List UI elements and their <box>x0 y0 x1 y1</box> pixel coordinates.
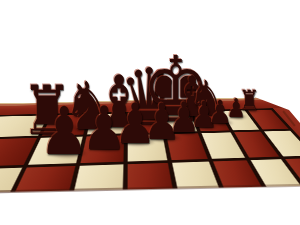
piece-pawn: ♟ <box>226 95 246 121</box>
pieces-layer: ♜♞♝♛♚♝♞♜♟♟♟♟♟♟♟♟ <box>0 0 300 225</box>
chess-set-photo: ♜♞♝♛♚♝♞♜♟♟♟♟♟♟♟♟ <box>0 0 300 225</box>
